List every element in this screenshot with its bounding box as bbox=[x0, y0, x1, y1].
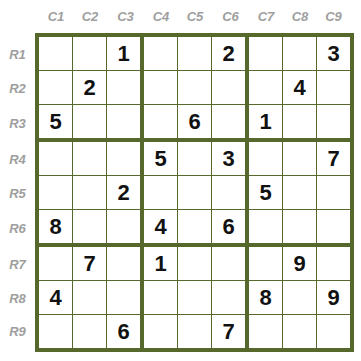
cell-R8C3[interactable] bbox=[107, 281, 144, 315]
row-label-R1: R1 bbox=[0, 47, 35, 62]
cell-R8C8[interactable] bbox=[283, 281, 317, 315]
cell-R2C8[interactable]: 4 bbox=[283, 71, 317, 105]
row-label-R5: R5 bbox=[0, 186, 35, 201]
cell-R3C4[interactable] bbox=[144, 105, 178, 142]
sudoku-board: 123245615372584671948967 bbox=[35, 33, 354, 352]
cell-R2C9[interactable] bbox=[317, 71, 350, 105]
cell-R1C6[interactable]: 2 bbox=[212, 37, 249, 71]
cell-R5C1[interactable] bbox=[39, 176, 73, 210]
cell-R3C2[interactable] bbox=[73, 105, 107, 142]
cell-R1C1[interactable] bbox=[39, 37, 73, 71]
col-label-C9: C9 bbox=[317, 9, 350, 24]
cell-R8C1[interactable]: 4 bbox=[39, 281, 73, 315]
cell-R2C7[interactable] bbox=[249, 71, 283, 105]
cell-R3C9[interactable] bbox=[317, 105, 350, 142]
col-label-C3: C3 bbox=[107, 9, 144, 24]
cell-R2C4[interactable] bbox=[144, 71, 178, 105]
cell-R4C2[interactable] bbox=[73, 142, 107, 176]
cell-R3C1[interactable]: 5 bbox=[39, 105, 73, 142]
row-label-R6: R6 bbox=[0, 221, 35, 236]
cell-R4C6[interactable]: 3 bbox=[212, 142, 249, 176]
cell-R4C7[interactable] bbox=[249, 142, 283, 176]
cell-R9C1[interactable] bbox=[39, 315, 73, 348]
cell-R3C8[interactable] bbox=[283, 105, 317, 142]
column-labels: C1C2C3C4C5C6C7C8C9 bbox=[35, 0, 354, 33]
cell-R7C4[interactable]: 1 bbox=[144, 247, 178, 281]
cell-R7C3[interactable] bbox=[107, 247, 144, 281]
row-labels: R1R2R3R4R5R6R7R8R9 bbox=[0, 33, 35, 352]
cell-R5C4[interactable] bbox=[144, 176, 178, 210]
cell-R6C8[interactable] bbox=[283, 210, 317, 247]
cell-R6C5[interactable] bbox=[178, 210, 212, 247]
row-label-R9: R9 bbox=[0, 324, 35, 339]
cell-R2C3[interactable] bbox=[107, 71, 144, 105]
cell-R5C3[interactable]: 2 bbox=[107, 176, 144, 210]
cell-R2C6[interactable] bbox=[212, 71, 249, 105]
cell-R7C2[interactable]: 7 bbox=[73, 247, 107, 281]
cell-R6C4[interactable]: 4 bbox=[144, 210, 178, 247]
cell-R1C9[interactable]: 3 bbox=[317, 37, 350, 71]
sudoku-page: C1C2C3C4C5C6C7C8C9 R1R2R3R4R5R6R7R8R9 12… bbox=[0, 0, 361, 352]
cell-R4C5[interactable] bbox=[178, 142, 212, 176]
cell-R5C8[interactable] bbox=[283, 176, 317, 210]
row-label-R2: R2 bbox=[0, 81, 35, 96]
cell-R9C9[interactable] bbox=[317, 315, 350, 348]
cell-R8C2[interactable] bbox=[73, 281, 107, 315]
cell-R2C2[interactable]: 2 bbox=[73, 71, 107, 105]
cell-R7C1[interactable] bbox=[39, 247, 73, 281]
cell-R3C3[interactable] bbox=[107, 105, 144, 142]
cell-R6C1[interactable]: 8 bbox=[39, 210, 73, 247]
cell-R3C5[interactable]: 6 bbox=[178, 105, 212, 142]
cell-R2C1[interactable] bbox=[39, 71, 73, 105]
cell-R1C4[interactable] bbox=[144, 37, 178, 71]
cell-R7C7[interactable] bbox=[249, 247, 283, 281]
cell-R6C7[interactable] bbox=[249, 210, 283, 247]
col-label-C8: C8 bbox=[283, 9, 317, 24]
cell-R6C2[interactable] bbox=[73, 210, 107, 247]
cell-R7C9[interactable] bbox=[317, 247, 350, 281]
corner-spacer bbox=[0, 0, 35, 33]
cell-R4C9[interactable]: 7 bbox=[317, 142, 350, 176]
cell-R6C9[interactable] bbox=[317, 210, 350, 247]
cell-R9C5[interactable] bbox=[178, 315, 212, 348]
cell-R7C6[interactable] bbox=[212, 247, 249, 281]
cell-R7C8[interactable]: 9 bbox=[283, 247, 317, 281]
row-label-R3: R3 bbox=[0, 116, 35, 131]
cell-R6C3[interactable] bbox=[107, 210, 144, 247]
col-label-C6: C6 bbox=[212, 9, 249, 24]
cell-R9C4[interactable] bbox=[144, 315, 178, 348]
cell-R3C7[interactable]: 1 bbox=[249, 105, 283, 142]
cell-R1C2[interactable] bbox=[73, 37, 107, 71]
cell-R9C2[interactable] bbox=[73, 315, 107, 348]
col-label-C2: C2 bbox=[73, 9, 107, 24]
col-label-C7: C7 bbox=[249, 9, 283, 24]
col-label-C5: C5 bbox=[178, 9, 212, 24]
cell-R4C3[interactable] bbox=[107, 142, 144, 176]
cell-R6C6[interactable]: 6 bbox=[212, 210, 249, 247]
cell-R5C7[interactable]: 5 bbox=[249, 176, 283, 210]
cell-R4C1[interactable] bbox=[39, 142, 73, 176]
cell-R8C7[interactable]: 8 bbox=[249, 281, 283, 315]
cell-R9C8[interactable] bbox=[283, 315, 317, 348]
cell-R8C6[interactable] bbox=[212, 281, 249, 315]
cell-R5C5[interactable] bbox=[178, 176, 212, 210]
cell-R1C7[interactable] bbox=[249, 37, 283, 71]
col-label-C1: C1 bbox=[39, 9, 73, 24]
cell-R7C5[interactable] bbox=[178, 247, 212, 281]
cell-R3C6[interactable] bbox=[212, 105, 249, 142]
cell-R8C5[interactable] bbox=[178, 281, 212, 315]
cell-R5C6[interactable] bbox=[212, 176, 249, 210]
row-label-R7: R7 bbox=[0, 257, 35, 272]
cell-R8C4[interactable] bbox=[144, 281, 178, 315]
row-label-R8: R8 bbox=[0, 291, 35, 306]
cell-R5C2[interactable] bbox=[73, 176, 107, 210]
cell-R1C3[interactable]: 1 bbox=[107, 37, 144, 71]
cell-R9C6[interactable]: 7 bbox=[212, 315, 249, 348]
cell-R1C8[interactable] bbox=[283, 37, 317, 71]
cell-R9C3[interactable]: 6 bbox=[107, 315, 144, 348]
cell-R8C9[interactable]: 9 bbox=[317, 281, 350, 315]
cell-R5C9[interactable] bbox=[317, 176, 350, 210]
cell-R4C8[interactable] bbox=[283, 142, 317, 176]
col-label-C4: C4 bbox=[144, 9, 178, 24]
row-label-R4: R4 bbox=[0, 152, 35, 167]
cell-R1C5[interactable] bbox=[178, 37, 212, 71]
cell-R2C5[interactable] bbox=[178, 71, 212, 105]
cell-R9C7[interactable] bbox=[249, 315, 283, 348]
cell-R4C4[interactable]: 5 bbox=[144, 142, 178, 176]
